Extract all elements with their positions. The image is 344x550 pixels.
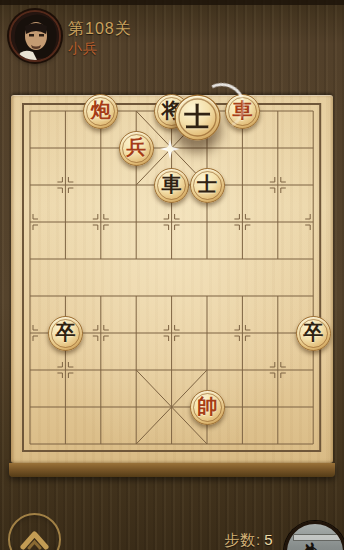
opponent-avatar[interactable]: ♞ — [284, 521, 344, 550]
board-front-edge — [9, 463, 335, 477]
expand-menu-button[interactable] — [8, 513, 61, 550]
step-counter-label: 步数: — [224, 531, 261, 548]
knight-icon: ♞ — [296, 538, 330, 550]
black-chariot[interactable]: 車 — [154, 168, 189, 203]
black-advisor-glyph: 士 — [184, 102, 210, 128]
red-cannon-glyph: 炮 — [91, 100, 111, 120]
red-cannon[interactable]: 炮 — [83, 94, 118, 129]
xiangqi-board[interactable]: 炮将車兵士車士卒卒帥 — [11, 95, 333, 463]
red-soldier[interactable]: 兵 — [119, 131, 154, 166]
black-advisor[interactable]: 士 — [190, 168, 225, 203]
black-soldier-glyph: 卒 — [303, 322, 323, 342]
step-counter-value: 5 — [261, 531, 273, 548]
level-title: 第108关 — [68, 19, 132, 40]
red-soldier-glyph: 兵 — [126, 137, 146, 157]
black-advisor-glyph: 士 — [197, 174, 217, 194]
black-soldier[interactable]: 卒 — [48, 316, 83, 351]
chevron-up-icon — [10, 515, 59, 550]
red-chariot[interactable]: 車 — [225, 94, 260, 129]
player-avatar[interactable] — [9, 10, 61, 62]
black-advisor[interactable]: 士 — [174, 94, 220, 140]
warrior-portrait-icon — [11, 12, 59, 60]
level-subtitle: 小兵 — [68, 40, 98, 58]
game-screen: 第108关 小兵 炮将車兵士車士卒卒帥 步数:5 ♞ — [0, 0, 344, 550]
red-general[interactable]: 帥 — [190, 390, 225, 425]
black-soldier-glyph: 卒 — [55, 322, 75, 342]
step-counter: 步数:5 — [224, 531, 274, 550]
black-soldier[interactable]: 卒 — [296, 316, 331, 351]
black-chariot-glyph: 車 — [162, 174, 182, 194]
red-general-glyph: 帥 — [197, 396, 217, 416]
board-grid — [11, 95, 333, 463]
red-chariot-glyph: 車 — [232, 100, 252, 120]
